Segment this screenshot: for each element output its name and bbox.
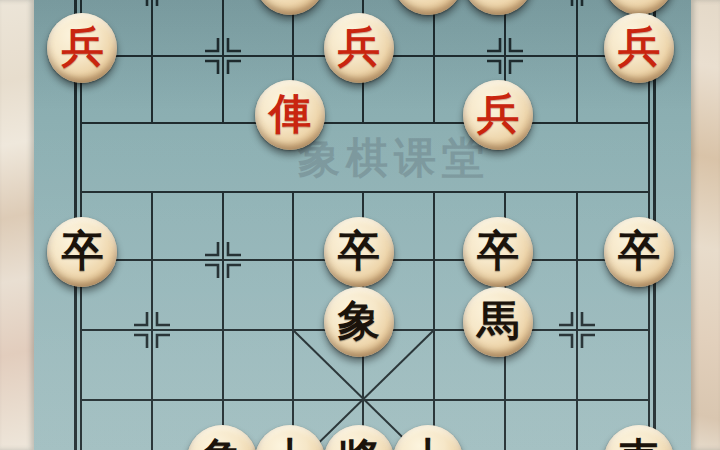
- piece-black-horse-f7r7[interactable]: 馬: [463, 287, 533, 357]
- piece-character: 象: [201, 438, 243, 450]
- marble-border-right: [691, 0, 720, 450]
- piece-black-soldier-f9r6[interactable]: 卒: [604, 217, 674, 287]
- piece-character: 俥: [269, 93, 311, 135]
- piece-character: 卒: [477, 230, 519, 272]
- piece-character: 車: [618, 438, 660, 450]
- piece-black-soldier-f7r6[interactable]: 卒: [463, 217, 533, 287]
- piece-character: 卒: [338, 230, 380, 272]
- piece-red-soldier-f7r4[interactable]: 兵: [463, 80, 533, 150]
- piece-black-elephant-f5r7[interactable]: 象: [324, 287, 394, 357]
- piece-character: 將: [338, 438, 380, 450]
- piece-red-soldier-f9r3[interactable]: 兵: [604, 13, 674, 83]
- piece-character: 卒: [618, 230, 660, 272]
- piece-black-soldier-f1r6[interactable]: 卒: [47, 217, 117, 287]
- piece-red-soldier-f5r3[interactable]: 兵: [324, 13, 394, 83]
- piece-character: 士: [407, 438, 449, 450]
- piece-red-chariot-f4r4[interactable]: 俥: [255, 80, 325, 150]
- piece-character: 士: [269, 438, 311, 450]
- piece-character: 兵: [61, 26, 103, 68]
- piece-character: 象: [338, 300, 380, 342]
- piece-black-soldier-f5r6[interactable]: 卒: [324, 217, 394, 287]
- piece-red-soldier-f1r3[interactable]: 兵: [47, 13, 117, 83]
- piece-character: 兵: [618, 26, 660, 68]
- piece-character: 卒: [61, 230, 103, 272]
- piece-character: 兵: [338, 26, 380, 68]
- xiangqi-video-frame: 象棋课堂 兵兵兵俥兵卒卒卒卒象馬象士將士車: [0, 0, 720, 450]
- piece-character: 兵: [477, 93, 519, 135]
- marble-border-left: [0, 0, 34, 450]
- piece-character: 馬: [477, 300, 519, 342]
